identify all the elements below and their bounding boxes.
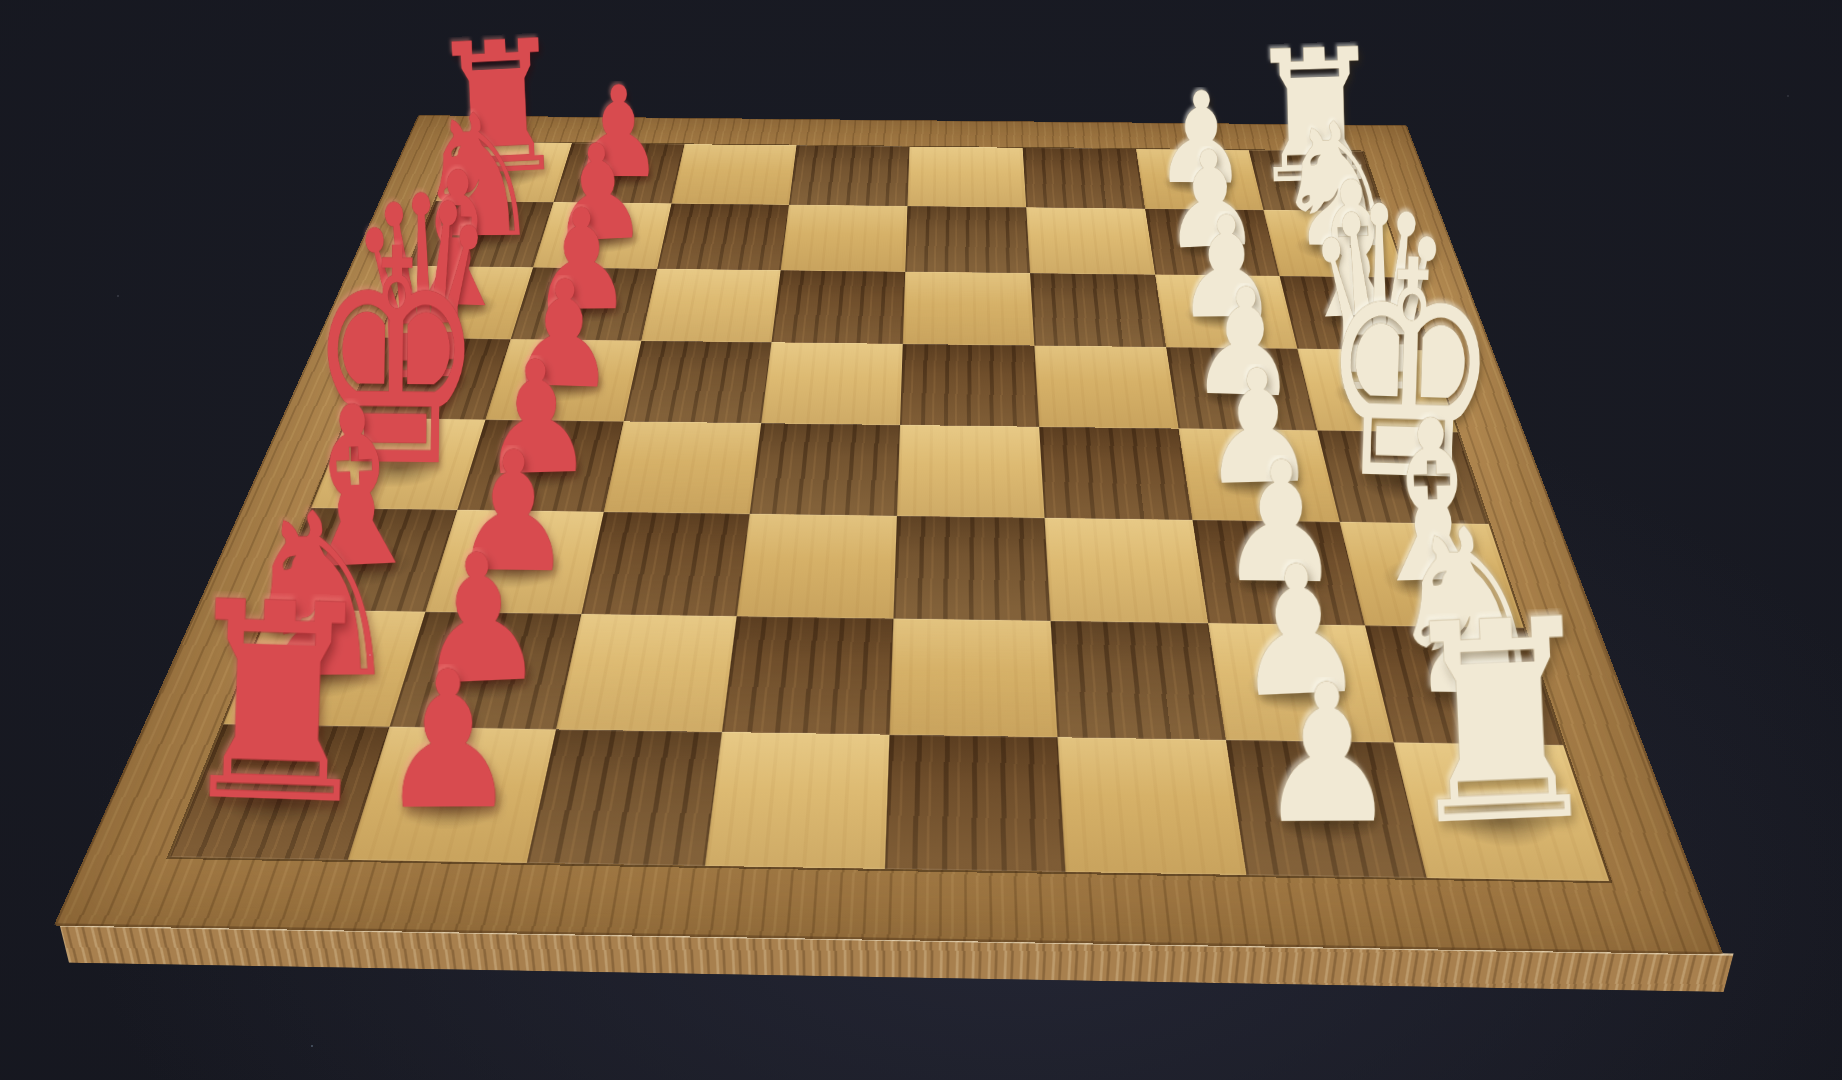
square-d5[interactable] [761, 342, 902, 425]
square-f5[interactable] [737, 514, 897, 618]
chess-board: ♜♟♟♜♞♟♟♞♝♟♟♝♛♟♟♛♚♟♟♚♝♟♟♝♞♟♟♞♜♟♟♜ [54, 115, 1724, 954]
square-b5[interactable] [781, 205, 908, 272]
square-h1[interactable]: ♜ [1394, 743, 1609, 881]
square-g5[interactable] [722, 616, 893, 735]
square-f4[interactable] [893, 516, 1050, 621]
square-g4[interactable] [889, 618, 1057, 737]
square-a5[interactable] [789, 145, 909, 206]
square-h8[interactable]: ♜ [170, 724, 389, 859]
square-c5[interactable] [772, 270, 906, 344]
square-b4[interactable] [905, 206, 1030, 273]
piece-white-rook[interactable]: ♜ [1329, 604, 1672, 844]
square-d4[interactable] [900, 344, 1039, 427]
board-grid: ♜♟♟♜♞♟♟♞♝♟♟♝♛♟♟♛♚♟♟♚♝♟♟♝♞♟♟♞♜♟♟♜ [170, 142, 1609, 881]
square-c4[interactable] [903, 271, 1034, 345]
square-e4[interactable] [897, 425, 1044, 518]
stage: ♜♟♟♜♞♟♟♞♝♟♟♝♛♟♟♛♚♟♟♚♝♟♟♝♞♟♟♞♜♟♟♜ [0, 0, 1842, 1080]
square-h4[interactable] [885, 735, 1065, 872]
piece-red-rook[interactable]: ♜ [111, 588, 444, 822]
square-a4[interactable] [907, 147, 1026, 208]
square-e5[interactable] [750, 423, 900, 516]
photo-scene: ♜♟♟♜♞♟♟♞♝♟♟♝♛♟♟♛♚♟♟♚♝♟♟♝♞♟♟♞♜♟♟♜ [0, 0, 1842, 1080]
square-h5[interactable] [705, 732, 889, 869]
